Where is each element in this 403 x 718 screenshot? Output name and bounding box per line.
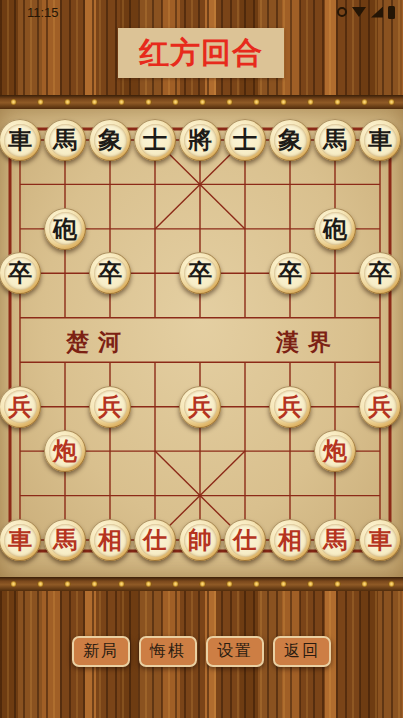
piece-glyph: 兵	[4, 390, 37, 423]
black-general-piece[interactable]: 將	[179, 119, 221, 161]
piece-glyph: 相	[94, 524, 127, 557]
piece-glyph: 相	[274, 524, 307, 557]
piece-glyph: 卒	[274, 257, 307, 290]
black-horse-piece[interactable]: 馬	[44, 119, 86, 161]
red-horse-piece[interactable]: 馬	[44, 519, 86, 561]
piece-glyph: 卒	[4, 257, 37, 290]
status-bar: 11:15	[0, 0, 403, 24]
piece-glyph: 炮	[319, 435, 352, 468]
red-soldier-piece[interactable]: 兵	[0, 386, 41, 428]
red-cannon-piece[interactable]: 炮	[314, 430, 356, 472]
piece-glyph: 砲	[49, 212, 82, 245]
piece-glyph: 士	[139, 124, 172, 157]
status-icons	[337, 6, 395, 19]
piece-glyph: 車	[364, 524, 397, 557]
undo-button[interactable]: 悔棋	[139, 636, 197, 667]
piece-glyph: 將	[184, 124, 217, 157]
piece-glyph: 車	[4, 124, 37, 157]
turn-banner: 红方回合	[118, 28, 284, 78]
piece-glyph: 馬	[49, 524, 82, 557]
piece-glyph: 馬	[319, 524, 352, 557]
new-game-button[interactable]: 新局	[72, 636, 130, 667]
red-chariot-piece[interactable]: 車	[359, 519, 401, 561]
piece-glyph: 士	[229, 124, 262, 157]
piece-glyph: 仕	[139, 524, 172, 557]
signal-icon	[371, 7, 383, 18]
red-general-piece[interactable]: 帥	[179, 519, 221, 561]
button-bar: 新局 悔棋 设置 返回	[0, 636, 403, 667]
red-soldier-piece[interactable]: 兵	[269, 386, 311, 428]
piece-glyph: 車	[364, 124, 397, 157]
turn-banner-text: 红方回合	[139, 33, 263, 74]
red-soldier-piece[interactable]: 兵	[179, 386, 221, 428]
back-button[interactable]: 返回	[273, 636, 331, 667]
piece-glyph: 炮	[49, 435, 82, 468]
piece-glyph: 帥	[184, 524, 217, 557]
settings-button[interactable]: 设置	[206, 636, 264, 667]
battery-icon	[388, 6, 395, 19]
red-soldier-piece[interactable]: 兵	[359, 386, 401, 428]
red-cannon-piece[interactable]: 炮	[44, 430, 86, 472]
red-elephant-piece[interactable]: 相	[89, 519, 131, 561]
black-soldier-piece[interactable]: 卒	[89, 252, 131, 294]
piece-glyph: 卒	[364, 257, 397, 290]
red-advisor-piece[interactable]: 仕	[134, 519, 176, 561]
wifi-icon	[352, 7, 366, 17]
red-elephant-piece[interactable]: 相	[269, 519, 311, 561]
piece-glyph: 馬	[49, 124, 82, 157]
piece-glyph: 兵	[184, 390, 217, 423]
piece-glyph: 兵	[364, 390, 397, 423]
piece-glyph: 卒	[184, 257, 217, 290]
piece-layer: 車馬象士將士象馬車砲砲卒卒卒卒卒兵兵兵兵兵炮炮車馬相仕帥仕相馬車	[0, 95, 403, 592]
black-advisor-piece[interactable]: 士	[224, 119, 266, 161]
black-soldier-piece[interactable]: 卒	[359, 252, 401, 294]
vibrate-icon	[337, 7, 347, 17]
piece-glyph: 兵	[94, 390, 127, 423]
piece-glyph: 兵	[274, 390, 307, 423]
red-advisor-piece[interactable]: 仕	[224, 519, 266, 561]
piece-glyph: 仕	[229, 524, 262, 557]
piece-glyph: 卒	[94, 257, 127, 290]
black-cannon-piece[interactable]: 砲	[314, 208, 356, 250]
piece-glyph: 車	[4, 524, 37, 557]
piece-glyph: 馬	[319, 124, 352, 157]
piece-glyph: 砲	[319, 212, 352, 245]
black-chariot-piece[interactable]: 車	[359, 119, 401, 161]
black-soldier-piece[interactable]: 卒	[0, 252, 41, 294]
piece-glyph: 象	[274, 124, 307, 157]
app-screen: 11:15 红方回合	[0, 0, 403, 718]
black-soldier-piece[interactable]: 卒	[269, 252, 311, 294]
black-cannon-piece[interactable]: 砲	[44, 208, 86, 250]
black-elephant-piece[interactable]: 象	[89, 119, 131, 161]
black-elephant-piece[interactable]: 象	[269, 119, 311, 161]
red-chariot-piece[interactable]: 車	[0, 519, 41, 561]
red-horse-piece[interactable]: 馬	[314, 519, 356, 561]
black-soldier-piece[interactable]: 卒	[179, 252, 221, 294]
status-time: 11:15	[27, 5, 59, 20]
black-horse-piece[interactable]: 馬	[314, 119, 356, 161]
black-chariot-piece[interactable]: 車	[0, 119, 41, 161]
black-advisor-piece[interactable]: 士	[134, 119, 176, 161]
xiangqi-board[interactable]: 楚河 漢界 車馬象士將士象馬車砲砲卒卒卒卒卒兵兵兵兵兵炮炮車馬相仕帥仕相馬車	[0, 95, 403, 592]
red-soldier-piece[interactable]: 兵	[89, 386, 131, 428]
piece-glyph: 象	[94, 124, 127, 157]
